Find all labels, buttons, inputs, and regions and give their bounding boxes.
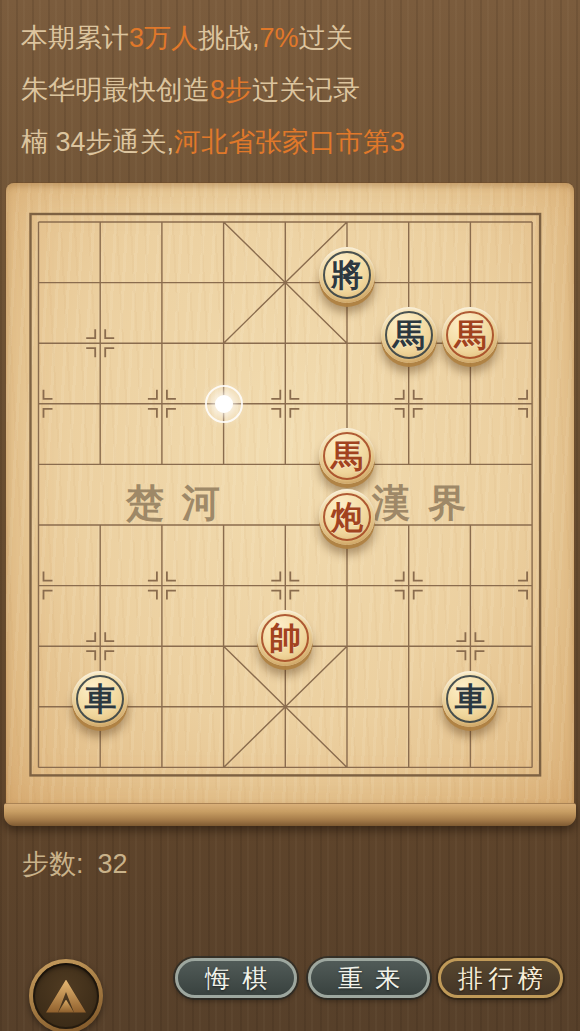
up-arrow-button[interactable] — [29, 959, 103, 1031]
stats-line-challenges: 本期累计3万人挑战,7%过关 — [21, 12, 405, 64]
move-highlight — [205, 385, 243, 423]
up-arrow-button-face — [33, 963, 99, 1029]
piece-black-chariot[interactable]: 車 — [442, 671, 498, 727]
move-counter: 步数:32 — [22, 846, 128, 882]
piece-glyph: 馬 — [454, 319, 486, 351]
move-count-label: 步数: — [22, 849, 84, 879]
piece-glyph: 車 — [454, 683, 486, 715]
undo-button[interactable]: 悔棋 — [175, 958, 297, 998]
river-label-chu-he: 楚河 — [126, 478, 238, 529]
board-front-edge — [4, 803, 576, 826]
game-screen: 本期累计3万人挑战,7%过关 朱华明最快创造8步过关记录 楠 34步通关,河北省… — [0, 0, 580, 1031]
restart-button[interactable]: 重来 — [308, 958, 430, 998]
up-arrow-icon — [46, 980, 86, 1013]
piece-glyph: 將 — [331, 259, 363, 291]
stats-panel: 本期累计3万人挑战,7%过关 朱华明最快创造8步过关记录 楠 34步通关,河北省… — [21, 12, 405, 168]
piece-black-horse[interactable]: 馬 — [381, 307, 437, 363]
piece-glyph: 車 — [84, 683, 116, 715]
stats-line-latest: 楠 34步通关,河北省张家口市第3 — [21, 116, 405, 168]
move-count-value: 32 — [98, 849, 128, 879]
piece-red-horse[interactable]: 馬 — [319, 428, 375, 484]
river-label-han-jie: 漢界 — [372, 478, 484, 529]
piece-glyph: 帥 — [269, 622, 301, 654]
piece-black-general[interactable]: 將 — [319, 247, 375, 303]
xiangqi-board[interactable]: 楚河 漢界 將馬馬馬炮帥車車 — [6, 183, 574, 803]
piece-glyph: 馬 — [393, 319, 425, 351]
piece-black-chariot[interactable]: 車 — [72, 671, 128, 727]
piece-glyph: 炮 — [331, 501, 363, 533]
leaderboard-button[interactable]: 排行榜 — [438, 958, 563, 998]
piece-red-cannon[interactable]: 炮 — [319, 489, 375, 545]
piece-glyph: 馬 — [331, 440, 363, 472]
stats-line-record: 朱华明最快创造8步过关记录 — [21, 64, 405, 116]
